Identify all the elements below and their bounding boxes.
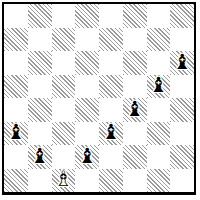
square-b1[interactable] [28,169,52,193]
black-bishop-e3[interactable]: ♝♝ [99,122,123,146]
square-c4[interactable] [52,98,76,122]
square-c8[interactable] [52,4,76,28]
square-d4[interactable] [75,98,99,122]
square-g4[interactable] [147,98,171,122]
square-f8[interactable] [123,4,147,28]
square-h2[interactable] [170,145,194,169]
square-d6[interactable] [75,51,99,75]
square-b4[interactable] [28,98,52,122]
square-a4[interactable] [4,98,28,122]
square-e7[interactable] [99,28,123,52]
black-bishop-icon: ♝ [30,145,49,166]
black-bishop-h6[interactable]: ♝♝ [170,51,194,75]
square-h8[interactable] [170,4,194,28]
square-e4[interactable] [99,98,123,122]
square-c2[interactable] [52,145,76,169]
black-bishop-icon: ♝ [78,145,97,166]
square-c6[interactable] [52,51,76,75]
square-b7[interactable] [28,28,52,52]
square-g8[interactable] [147,4,171,28]
square-g1[interactable] [147,169,171,193]
diagram-page: { "game": "chess", "diagram_style": "boo… [0,0,200,200]
square-c1[interactable]: ♝♗ [52,169,76,193]
square-c3[interactable] [52,122,76,146]
black-bishop-f4[interactable]: ♝♝ [123,98,147,122]
black-bishop-icon: ♝ [125,98,144,119]
square-b3[interactable] [28,122,52,146]
black-bishop-b2[interactable]: ♝♝ [28,145,52,169]
black-bishop-g5[interactable]: ♝♝ [147,75,171,99]
square-e1[interactable] [99,169,123,193]
square-f2[interactable] [123,145,147,169]
square-e8[interactable] [99,4,123,28]
square-d3[interactable] [75,122,99,146]
white-bishop-icon: ♗ [54,169,73,190]
square-g5[interactable]: ♝♝ [147,75,171,99]
chess-board-frame: ♝♝♝♝♝♝♝♝♝♝♝♝♝♝♝♗ [2,2,196,195]
square-h1[interactable] [170,169,194,193]
square-a3[interactable]: ♝♝ [4,122,28,146]
square-b5[interactable] [28,75,52,99]
square-f3[interactable] [123,122,147,146]
square-d5[interactable] [75,75,99,99]
square-g3[interactable] [147,122,171,146]
square-h6[interactable]: ♝♝ [170,51,194,75]
square-h4[interactable] [170,98,194,122]
square-a7[interactable] [4,28,28,52]
square-f5[interactable] [123,75,147,99]
black-bishop-icon: ♝ [6,122,25,143]
square-f7[interactable] [123,28,147,52]
black-bishop-icon: ♝ [173,51,192,72]
square-h3[interactable] [170,122,194,146]
square-b2[interactable]: ♝♝ [28,145,52,169]
square-g7[interactable] [147,28,171,52]
black-bishop-a3[interactable]: ♝♝ [4,122,28,146]
square-a6[interactable] [4,51,28,75]
square-g2[interactable] [147,145,171,169]
square-e2[interactable] [99,145,123,169]
white-bishop-c1[interactable]: ♝♗ [52,169,76,193]
square-c7[interactable] [52,28,76,52]
square-d2[interactable]: ♝♝ [75,145,99,169]
square-b6[interactable] [28,51,52,75]
black-bishop-icon: ♝ [149,75,168,96]
square-f6[interactable] [123,51,147,75]
square-e6[interactable] [99,51,123,75]
square-a1[interactable] [4,169,28,193]
square-b8[interactable] [28,4,52,28]
square-f1[interactable] [123,169,147,193]
square-e3[interactable]: ♝♝ [99,122,123,146]
chess-board: ♝♝♝♝♝♝♝♝♝♝♝♝♝♝♝♗ [4,4,194,192]
square-c5[interactable] [52,75,76,99]
black-bishop-icon: ♝ [101,122,120,143]
square-a2[interactable] [4,145,28,169]
square-d8[interactable] [75,4,99,28]
square-h5[interactable] [170,75,194,99]
square-h7[interactable] [170,28,194,52]
black-bishop-d2[interactable]: ♝♝ [75,145,99,169]
square-d7[interactable] [75,28,99,52]
square-e5[interactable] [99,75,123,99]
square-g6[interactable] [147,51,171,75]
square-a5[interactable] [4,75,28,99]
square-a8[interactable] [4,4,28,28]
square-f4[interactable]: ♝♝ [123,98,147,122]
square-d1[interactable] [75,169,99,193]
